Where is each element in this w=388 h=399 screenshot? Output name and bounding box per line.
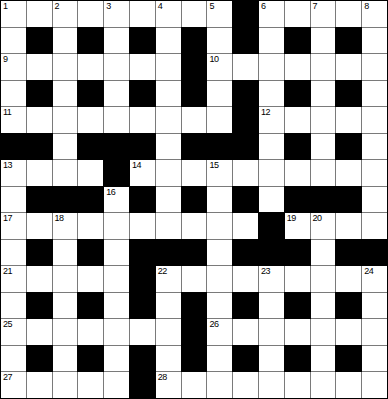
white-cell-r15c3[interactable] <box>53 372 78 398</box>
white-cell-r2c11[interactable] <box>259 28 284 54</box>
block-cell-r9c11 <box>259 213 284 239</box>
white-cell-r11c3[interactable] <box>53 266 78 292</box>
white-cell-r2c13[interactable] <box>311 28 336 54</box>
white-cell-r9c10[interactable] <box>233 213 258 239</box>
block-cell-r14c14 <box>336 346 361 372</box>
white-cell-r10c3[interactable] <box>53 240 78 266</box>
white-cell-r9c6[interactable] <box>130 213 155 239</box>
white-cell-r9c15[interactable] <box>362 213 387 239</box>
white-cell-r11c5[interactable] <box>104 266 129 292</box>
white-cell-r3c14[interactable] <box>336 54 361 80</box>
white-cell-r3c5[interactable] <box>104 54 129 80</box>
clue-number-9: 9 <box>3 54 8 65</box>
white-cell-r7c4[interactable] <box>78 160 103 186</box>
white-cell-r14c15[interactable] <box>362 346 387 372</box>
white-cell-r11c4[interactable] <box>78 266 103 292</box>
white-cell-r11c10[interactable] <box>233 266 258 292</box>
block-cell-r2c4 <box>78 28 103 54</box>
block-cell-r8c4 <box>78 187 103 213</box>
block-cell-r6c9 <box>207 134 232 160</box>
clue-number-24: 24 <box>364 266 373 277</box>
block-cell-r4c6 <box>130 81 155 107</box>
white-cell-r15c14[interactable] <box>336 372 361 398</box>
white-cell-r4c9[interactable] <box>207 81 232 107</box>
block-cell-r6c5 <box>104 134 129 160</box>
clue-number-19: 19 <box>287 213 296 224</box>
white-cell-r12c3[interactable] <box>53 293 78 319</box>
block-cell-r12c14 <box>336 293 361 319</box>
white-cell-r11c8[interactable] <box>182 266 207 292</box>
white-cell-r5c12[interactable] <box>285 107 310 133</box>
white-cell-r5c9[interactable] <box>207 107 232 133</box>
white-cell-r13c4[interactable] <box>78 319 103 345</box>
white-cell-r9c8[interactable] <box>182 213 207 239</box>
white-cell-r1c5[interactable]: 3 <box>104 1 129 27</box>
white-cell-r1c8[interactable] <box>182 1 207 27</box>
white-cell-r15c5[interactable] <box>104 372 129 398</box>
block-cell-r12c2 <box>27 293 52 319</box>
white-cell-r5c6[interactable] <box>130 107 155 133</box>
block-cell-r10c10 <box>233 240 258 266</box>
white-cell-r13c10[interactable] <box>233 319 258 345</box>
white-cell-r9c13[interactable]: 20 <box>311 213 336 239</box>
block-cell-r6c14 <box>336 134 361 160</box>
white-cell-r8c1[interactable] <box>1 187 26 213</box>
white-cell-r8c5[interactable]: 16 <box>104 187 129 213</box>
white-cell-r5c7[interactable] <box>156 107 181 133</box>
white-cell-r15c13[interactable] <box>311 372 336 398</box>
white-cell-r8c15[interactable] <box>362 187 387 213</box>
block-cell-r14c10 <box>233 346 258 372</box>
block-cell-r8c3 <box>53 187 78 213</box>
white-cell-r14c7[interactable] <box>156 346 181 372</box>
block-cell-r10c11 <box>259 240 284 266</box>
white-cell-r13c13[interactable] <box>311 319 336 345</box>
white-cell-r1c11[interactable]: 6 <box>259 1 284 27</box>
clue-number-13: 13 <box>3 160 12 171</box>
white-cell-r4c5[interactable] <box>104 81 129 107</box>
white-cell-r10c13[interactable] <box>311 240 336 266</box>
white-cell-r15c7[interactable]: 28 <box>156 372 181 398</box>
white-cell-r3c4[interactable] <box>78 54 103 80</box>
block-cell-r4c4 <box>78 81 103 107</box>
white-cell-r7c6[interactable]: 14 <box>130 160 155 186</box>
white-cell-r15c11[interactable] <box>259 372 284 398</box>
block-cell-r6c8 <box>182 134 207 160</box>
white-cell-r10c5[interactable] <box>104 240 129 266</box>
white-cell-r2c7[interactable] <box>156 28 181 54</box>
crossword-board: 1234567891011121314151617181920212223242… <box>0 0 388 399</box>
block-cell-r2c12 <box>285 28 310 54</box>
block-cell-r10c8 <box>182 240 207 266</box>
white-cell-r12c9[interactable] <box>207 293 232 319</box>
block-cell-r1c10 <box>233 1 258 27</box>
white-cell-r9c12[interactable]: 19 <box>285 213 310 239</box>
white-cell-r1c3[interactable]: 2 <box>53 1 78 27</box>
block-cell-r8c2 <box>27 187 52 213</box>
white-cell-r15c15[interactable] <box>362 372 387 398</box>
white-cell-r6c3[interactable] <box>53 134 78 160</box>
clue-number-22: 22 <box>158 266 167 277</box>
white-cell-r10c9[interactable] <box>207 240 232 266</box>
white-cell-r9c5[interactable] <box>104 213 129 239</box>
white-cell-r15c8[interactable] <box>182 372 207 398</box>
white-cell-r1c9[interactable]: 5 <box>207 1 232 27</box>
white-cell-r7c10[interactable] <box>233 160 258 186</box>
block-cell-r14c6 <box>130 346 155 372</box>
white-cell-r7c12[interactable] <box>285 160 310 186</box>
white-cell-r6c13[interactable] <box>311 134 336 160</box>
white-cell-r13c12[interactable] <box>285 319 310 345</box>
block-cell-r12c6 <box>130 293 155 319</box>
block-cell-r12c12 <box>285 293 310 319</box>
block-cell-r10c7 <box>156 240 181 266</box>
white-cell-r1c13[interactable]: 7 <box>311 1 336 27</box>
white-cell-r5c11[interactable]: 12 <box>259 107 284 133</box>
white-cell-r11c9[interactable] <box>207 266 232 292</box>
block-cell-r5c10 <box>233 107 258 133</box>
block-cell-r4c2 <box>27 81 52 107</box>
white-cell-r7c3[interactable] <box>53 160 78 186</box>
clue-number-8: 8 <box>364 1 369 12</box>
white-cell-r13c3[interactable] <box>53 319 78 345</box>
white-cell-r3c1[interactable]: 9 <box>1 54 26 80</box>
white-cell-r11c2[interactable] <box>27 266 52 292</box>
white-cell-r3c10[interactable] <box>233 54 258 80</box>
clue-number-17: 17 <box>3 213 12 224</box>
block-cell-r10c15 <box>362 240 387 266</box>
white-cell-r12c13[interactable] <box>311 293 336 319</box>
white-cell-r2c15[interactable] <box>362 28 387 54</box>
white-cell-r15c12[interactable] <box>285 372 310 398</box>
white-cell-r12c1[interactable] <box>1 293 26 319</box>
white-cell-r5c14[interactable] <box>336 107 361 133</box>
white-cell-r14c3[interactable] <box>53 346 78 372</box>
block-cell-r6c6 <box>130 134 155 160</box>
block-cell-r11c6 <box>130 266 155 292</box>
white-cell-r13c14[interactable] <box>336 319 361 345</box>
white-cell-r3c12[interactable] <box>285 54 310 80</box>
white-cell-r13c1[interactable]: 25 <box>1 319 26 345</box>
block-cell-r8c13 <box>311 187 336 213</box>
block-cell-r14c12 <box>285 346 310 372</box>
block-cell-r6c12 <box>285 134 310 160</box>
white-cell-r5c13[interactable] <box>311 107 336 133</box>
white-cell-r2c1[interactable] <box>1 28 26 54</box>
white-cell-r8c7[interactable] <box>156 187 181 213</box>
block-cell-r2c8 <box>182 28 207 54</box>
block-cell-r4c10 <box>233 81 258 107</box>
white-cell-r1c4[interactable] <box>78 1 103 27</box>
block-cell-r7c5 <box>104 160 129 186</box>
white-cell-r10c1[interactable] <box>1 240 26 266</box>
block-cell-r15c6 <box>130 372 155 398</box>
white-cell-r6c15[interactable] <box>362 134 387 160</box>
block-cell-r4c8 <box>182 81 207 107</box>
white-cell-r1c14[interactable] <box>336 1 361 27</box>
white-cell-r14c11[interactable] <box>259 346 284 372</box>
white-cell-r1c7[interactable]: 4 <box>156 1 181 27</box>
block-cell-r14c2 <box>27 346 52 372</box>
block-cell-r2c6 <box>130 28 155 54</box>
clue-number-10: 10 <box>209 54 218 65</box>
white-cell-r5c2[interactable] <box>27 107 52 133</box>
clue-number-21: 21 <box>3 266 12 277</box>
block-cell-r13c8 <box>182 319 207 345</box>
white-cell-r11c13[interactable] <box>311 266 336 292</box>
white-cell-r7c13[interactable] <box>311 160 336 186</box>
block-cell-r10c2 <box>27 240 52 266</box>
white-cell-r7c14[interactable] <box>336 160 361 186</box>
white-cell-r13c2[interactable] <box>27 319 52 345</box>
block-cell-r8c10 <box>233 187 258 213</box>
white-cell-r2c3[interactable] <box>53 28 78 54</box>
clue-number-27: 27 <box>3 372 12 383</box>
white-cell-r7c2[interactable] <box>27 160 52 186</box>
block-cell-r14c4 <box>78 346 103 372</box>
white-cell-r11c1[interactable]: 21 <box>1 266 26 292</box>
block-cell-r4c12 <box>285 81 310 107</box>
block-cell-r2c14 <box>336 28 361 54</box>
white-cell-r9c1[interactable]: 17 <box>1 213 26 239</box>
white-cell-r12c7[interactable] <box>156 293 181 319</box>
white-cell-r3c11[interactable] <box>259 54 284 80</box>
clue-number-14: 14 <box>132 160 141 171</box>
white-cell-r7c7[interactable] <box>156 160 181 186</box>
white-cell-r15c4[interactable] <box>78 372 103 398</box>
block-cell-r12c4 <box>78 293 103 319</box>
white-cell-r7c9[interactable]: 15 <box>207 160 232 186</box>
white-cell-r12c5[interactable] <box>104 293 129 319</box>
white-cell-r11c14[interactable] <box>336 266 361 292</box>
white-cell-r14c9[interactable] <box>207 346 232 372</box>
white-cell-r6c7[interactable] <box>156 134 181 160</box>
block-cell-r12c8 <box>182 293 207 319</box>
white-cell-r4c3[interactable] <box>53 81 78 107</box>
block-cell-r6c1 <box>1 134 26 160</box>
clue-number-11: 11 <box>3 107 11 118</box>
white-cell-r9c7[interactable] <box>156 213 181 239</box>
white-cell-r11c11[interactable]: 23 <box>259 266 284 292</box>
white-cell-r1c12[interactable] <box>285 1 310 27</box>
clue-number-6: 6 <box>261 1 266 12</box>
white-cell-r8c9[interactable] <box>207 187 232 213</box>
block-cell-r14c8 <box>182 346 207 372</box>
block-cell-r3c8 <box>182 54 207 80</box>
white-cell-r14c1[interactable] <box>1 346 26 372</box>
white-cell-r8c11[interactable] <box>259 187 284 213</box>
white-cell-r13c15[interactable] <box>362 319 387 345</box>
white-cell-r1c15[interactable]: 8 <box>362 1 387 27</box>
block-cell-r10c4 <box>78 240 103 266</box>
block-cell-r6c4 <box>78 134 103 160</box>
white-cell-r4c7[interactable] <box>156 81 181 107</box>
white-cell-r13c11[interactable] <box>259 319 284 345</box>
clue-number-18: 18 <box>55 213 64 224</box>
clue-number-16: 16 <box>106 187 115 198</box>
white-cell-r9c2[interactable] <box>27 213 52 239</box>
clue-number-1: 1 <box>3 1 8 12</box>
clue-number-28: 28 <box>158 372 167 383</box>
block-cell-r10c12 <box>285 240 310 266</box>
white-cell-r4c13[interactable] <box>311 81 336 107</box>
block-cell-r2c2 <box>27 28 52 54</box>
white-cell-r11c15[interactable]: 24 <box>362 266 387 292</box>
clue-number-23: 23 <box>261 266 270 277</box>
block-cell-r12c10 <box>233 293 258 319</box>
clue-number-12: 12 <box>261 107 270 118</box>
white-cell-r1c6[interactable] <box>130 1 155 27</box>
clue-number-7: 7 <box>313 1 318 12</box>
white-cell-r15c10[interactable] <box>233 372 258 398</box>
clue-number-5: 5 <box>209 1 214 12</box>
white-cell-r11c12[interactable] <box>285 266 310 292</box>
white-cell-r15c9[interactable] <box>207 372 232 398</box>
block-cell-r10c6 <box>130 240 155 266</box>
white-cell-r9c3[interactable]: 18 <box>53 213 78 239</box>
block-cell-r10c14 <box>336 240 361 266</box>
white-cell-r9c4[interactable] <box>78 213 103 239</box>
white-cell-r7c1[interactable]: 13 <box>1 160 26 186</box>
white-cell-r5c15[interactable] <box>362 107 387 133</box>
white-cell-r13c9[interactable]: 26 <box>207 319 232 345</box>
white-cell-r4c1[interactable] <box>1 81 26 107</box>
clue-number-4: 4 <box>158 1 163 12</box>
white-cell-r3c6[interactable] <box>130 54 155 80</box>
white-cell-r5c3[interactable] <box>53 107 78 133</box>
white-cell-r14c13[interactable] <box>311 346 336 372</box>
clue-number-3: 3 <box>106 1 111 12</box>
white-cell-r5c4[interactable] <box>78 107 103 133</box>
white-cell-r11c7[interactable]: 22 <box>156 266 181 292</box>
block-cell-r8c14 <box>336 187 361 213</box>
white-cell-r15c2[interactable] <box>27 372 52 398</box>
white-cell-r1c1[interactable]: 1 <box>1 1 26 27</box>
clue-number-2: 2 <box>55 1 60 12</box>
white-cell-r6c11[interactable] <box>259 134 284 160</box>
block-cell-r6c2 <box>27 134 52 160</box>
block-cell-r6c10 <box>233 134 258 160</box>
white-cell-r2c5[interactable] <box>104 28 129 54</box>
white-cell-r4c11[interactable] <box>259 81 284 107</box>
clue-number-25: 25 <box>3 319 12 330</box>
block-cell-r8c12 <box>285 187 310 213</box>
clue-number-20: 20 <box>313 213 322 224</box>
white-cell-r13c5[interactable] <box>104 319 129 345</box>
white-cell-r9c9[interactable] <box>207 213 232 239</box>
white-cell-r7c11[interactable] <box>259 160 284 186</box>
white-cell-r3c7[interactable] <box>156 54 181 80</box>
block-cell-r4c14 <box>336 81 361 107</box>
white-cell-r3c9[interactable]: 10 <box>207 54 232 80</box>
white-cell-r4c15[interactable] <box>362 81 387 107</box>
white-cell-r3c13[interactable] <box>311 54 336 80</box>
block-cell-r8c8 <box>182 187 207 213</box>
white-cell-r3c2[interactable] <box>27 54 52 80</box>
white-cell-r15c1[interactable]: 27 <box>1 372 26 398</box>
white-cell-r12c15[interactable] <box>362 293 387 319</box>
block-cell-r8c6 <box>130 187 155 213</box>
white-cell-r5c8[interactable] <box>182 107 207 133</box>
white-cell-r12c11[interactable] <box>259 293 284 319</box>
white-cell-r5c1[interactable]: 11 <box>1 107 26 133</box>
white-cell-r13c7[interactable] <box>156 319 181 345</box>
white-cell-r14c5[interactable] <box>104 346 129 372</box>
clue-number-15: 15 <box>209 160 218 171</box>
white-cell-r13c6[interactable] <box>130 319 155 345</box>
clue-number-26: 26 <box>209 319 218 330</box>
white-cell-r1c2[interactable] <box>27 1 52 27</box>
block-cell-r2c10 <box>233 28 258 54</box>
white-cell-r9c14[interactable] <box>336 213 361 239</box>
white-cell-r3c15[interactable] <box>362 54 387 80</box>
white-cell-r5c5[interactable] <box>104 107 129 133</box>
white-cell-r2c9[interactable] <box>207 28 232 54</box>
white-cell-r7c8[interactable] <box>182 160 207 186</box>
white-cell-r3c3[interactable] <box>53 54 78 80</box>
white-cell-r7c15[interactable] <box>362 160 387 186</box>
